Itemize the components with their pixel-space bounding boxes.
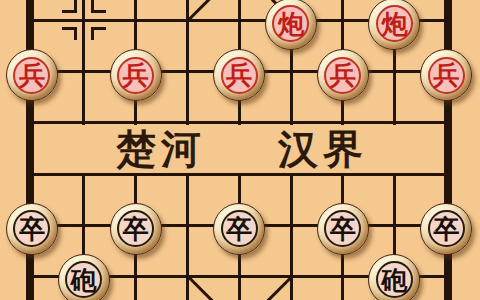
piece-grid: 炮炮兵兵兵兵兵卒卒卒卒卒砲砲 xyxy=(6,0,472,300)
piece-face: 卒 xyxy=(428,210,465,247)
piece-black-soldier[interactable]: 卒 xyxy=(420,203,472,255)
piece-character: 兵 xyxy=(19,62,45,88)
piece-face: 炮 xyxy=(272,5,309,42)
piece-face: 兵 xyxy=(13,57,50,94)
piece-red-soldier[interactable]: 兵 xyxy=(110,49,162,101)
piece-face: 兵 xyxy=(324,57,361,94)
piece-character: 砲 xyxy=(381,267,407,293)
piece-face: 卒 xyxy=(13,210,50,247)
piece-character: 兵 xyxy=(433,62,459,88)
piece-character: 卒 xyxy=(330,216,356,242)
piece-red-soldier[interactable]: 兵 xyxy=(213,49,265,101)
piece-character: 砲 xyxy=(71,267,97,293)
piece-character: 炮 xyxy=(278,11,304,37)
piece-black-cannon[interactable]: 砲 xyxy=(58,254,110,300)
piece-character: 炮 xyxy=(381,11,407,37)
piece-red-soldier[interactable]: 兵 xyxy=(6,49,58,101)
piece-black-soldier[interactable]: 卒 xyxy=(110,203,162,255)
piece-character: 兵 xyxy=(123,62,149,88)
piece-face: 卒 xyxy=(324,210,361,247)
piece-red-soldier[interactable]: 兵 xyxy=(317,49,369,101)
piece-red-cannon[interactable]: 炮 xyxy=(368,0,420,50)
piece-face: 兵 xyxy=(221,57,258,94)
piece-black-soldier[interactable]: 卒 xyxy=(213,203,265,255)
piece-character: 卒 xyxy=(433,216,459,242)
piece-red-soldier[interactable]: 兵 xyxy=(420,49,472,101)
piece-character: 卒 xyxy=(226,216,252,242)
piece-black-soldier[interactable]: 卒 xyxy=(6,203,58,255)
xiangqi-board[interactable]: 楚河 汉界 炮炮兵兵兵兵兵卒卒卒卒卒砲砲 xyxy=(0,0,480,300)
piece-face: 卒 xyxy=(117,210,154,247)
piece-face: 炮 xyxy=(376,5,413,42)
piece-black-cannon[interactable]: 砲 xyxy=(368,254,420,300)
piece-character: 兵 xyxy=(226,62,252,88)
piece-character: 兵 xyxy=(330,62,356,88)
piece-character: 卒 xyxy=(123,216,149,242)
piece-face: 砲 xyxy=(376,261,413,298)
piece-character: 卒 xyxy=(19,216,45,242)
piece-face: 卒 xyxy=(221,210,258,247)
piece-face: 兵 xyxy=(117,57,154,94)
piece-face: 砲 xyxy=(65,261,102,298)
piece-black-soldier[interactable]: 卒 xyxy=(317,203,369,255)
piece-red-cannon[interactable]: 炮 xyxy=(265,0,317,50)
piece-face: 兵 xyxy=(428,57,465,94)
